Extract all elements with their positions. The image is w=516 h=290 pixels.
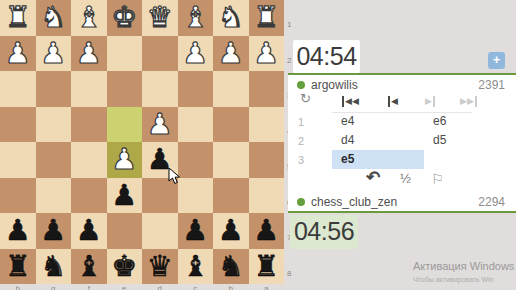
square-d3[interactable] [142,71,178,107]
square-d8[interactable]: ♛ [142,249,178,285]
takeback-button[interactable]: ↶ [366,169,380,187]
square-f6[interactable] [71,178,107,214]
move-white[interactable]: e5 [332,150,424,169]
square-f8[interactable]: ♝ [71,249,107,285]
rank-label-2: 2 [287,57,291,65]
square-c8[interactable]: ♝ [178,249,214,285]
offer-draw-button[interactable]: ½ [400,169,411,189]
square-g8[interactable]: ♞ [36,249,72,285]
black-piece[interactable]: ♟ [178,213,214,249]
black-piece[interactable]: ♞ [213,249,249,285]
square-b3[interactable] [213,71,249,107]
square-h5[interactable] [0,142,36,178]
square-b5[interactable] [213,142,249,178]
black-piece[interactable]: ♟ [249,213,285,249]
square-e5[interactable]: ♟ [107,142,143,178]
mouse-cursor-icon [168,168,182,184]
divider-bottom [288,211,516,213]
square-e7[interactable] [107,213,143,249]
windows-activation-subtext: Чтобы активировать Win [413,276,493,283]
black-piece[interactable]: ♜ [249,249,285,285]
file-label-d: d [142,284,178,290]
move-number: 3 [288,154,332,166]
next-move-icon[interactable]: ▶ [425,96,435,107]
square-a1[interactable]: ♜ [249,0,285,36]
square-g1[interactable]: ♞ [36,0,72,36]
square-b8[interactable]: ♞ [213,249,249,285]
chess-board[interactable]: ♜♞♝♚♛♝♞♜♟♟♟♟♟♟♟♟♟♟♟♟♟♟♟♟♜♞♝♚♛♝♞♜ [0,0,284,284]
square-a3[interactable] [249,71,285,107]
rank-label-8: 8 [287,270,291,278]
white-piece[interactable]: ♝ [178,0,214,36]
move-black[interactable]: d5 [424,131,516,150]
file-label-f: f [71,284,107,290]
windows-activation-watermark: Активация Windows [413,260,514,272]
black-piece[interactable]: ♚ [107,249,143,285]
white-piece[interactable]: ♛ [142,0,178,36]
white-piece[interactable]: ♟ [71,36,107,72]
black-piece[interactable]: ♝ [71,249,107,285]
square-h7[interactable]: ♟ [0,213,36,249]
square-g2[interactable]: ♟ [36,36,72,72]
square-b6[interactable] [213,178,249,214]
square-f1[interactable]: ♝ [71,0,107,36]
square-h8[interactable]: ♜ [0,249,36,285]
square-a7[interactable]: ♟ [249,213,285,249]
black-piece[interactable]: ♛ [142,249,178,285]
square-c6[interactable] [178,178,214,214]
square-e1[interactable]: ♚ [107,0,143,36]
square-d4[interactable]: ♟ [142,107,178,143]
square-a5[interactable] [249,142,285,178]
move-row: 3e5 [288,150,516,169]
white-piece[interactable]: ♟ [249,36,285,72]
game-screen: ♜♞♝♚♛♝♞♜♟♟♟♟♟♟♟♟♟♟♟♟♟♟♟♟♜♞♝♚♛♝♞♜ 1234567… [0,0,516,290]
opponent-rating: 2391 [478,78,505,92]
square-e8[interactable]: ♚ [107,249,143,285]
opponent-name[interactable]: argowilis [311,78,478,92]
square-b1[interactable]: ♞ [213,0,249,36]
move-number: 1 [288,116,332,128]
square-h2[interactable]: ♟ [0,36,36,72]
black-piece[interactable]: ♞ [36,249,72,285]
white-piece[interactable]: ♟ [0,36,36,72]
white-piece[interactable]: ♞ [36,0,72,36]
online-dot-icon [297,81,305,89]
white-piece[interactable]: ♟ [178,36,214,72]
square-f5[interactable] [71,142,107,178]
square-a8[interactable]: ♜ [249,249,285,285]
square-a4[interactable] [249,107,285,143]
move-row: 1e4e6 [288,112,516,131]
add-time-button[interactable]: + [488,52,505,69]
black-piece[interactable]: ♟ [36,213,72,249]
white-piece[interactable]: ♜ [249,0,285,36]
square-h6[interactable] [0,178,36,214]
move-black[interactable]: e6 [424,112,516,131]
opponent-clock: 04:54 [293,40,360,73]
square-e4[interactable] [107,107,143,143]
white-piece[interactable]: ♟ [213,36,249,72]
square-c2[interactable]: ♟ [178,36,214,72]
first-move-icon[interactable]: ◀◀ [342,96,359,107]
black-piece[interactable]: ♝ [178,249,214,285]
square-c3[interactable] [178,71,214,107]
move-black[interactable] [424,150,516,169]
file-label-c: c [178,284,214,290]
square-b4[interactable] [213,107,249,143]
previous-move-icon[interactable]: ◀ [388,96,398,107]
file-label-g: g [36,284,72,290]
square-g7[interactable]: ♟ [36,213,72,249]
player-clock: 04:56 [290,215,358,249]
black-piece[interactable]: ♟ [0,213,36,249]
black-piece[interactable]: ♜ [0,249,36,285]
square-c5[interactable] [178,142,214,178]
square-b7[interactable]: ♟ [213,213,249,249]
player-name[interactable]: chess_club_zen [311,195,478,209]
square-f7[interactable]: ♟ [71,213,107,249]
square-h4[interactable] [0,107,36,143]
square-h3[interactable] [0,71,36,107]
square-e6[interactable]: ♟ [107,178,143,214]
square-b2[interactable]: ♟ [213,36,249,72]
black-piece[interactable]: ♟ [107,178,143,214]
white-piece[interactable]: ♟ [107,142,143,178]
square-f2[interactable]: ♟ [71,36,107,72]
move-list: 1e4e62d4d53e5 [288,112,516,169]
last-move-icon[interactable]: ▶▶ [460,96,477,107]
square-f4[interactable] [71,107,107,143]
white-piece[interactable]: ♚ [107,0,143,36]
file-label-h: h [0,284,36,290]
flip-board-icon[interactable]: ↻ [300,93,311,104]
white-piece[interactable]: ♟ [142,107,178,143]
square-a6[interactable] [249,178,285,214]
square-d2[interactable] [142,36,178,72]
game-panel: argowilis 2391 ↻ ◀◀ ◀ ▶ ▶▶ 1e4e62d4d53e5… [288,75,516,211]
move-number: 2 [288,135,332,147]
file-label-a: a [249,284,285,290]
black-piece[interactable]: ♟ [213,213,249,249]
white-piece[interactable]: ♟ [36,36,72,72]
square-f3[interactable] [71,71,107,107]
square-g5[interactable] [36,142,72,178]
white-piece[interactable]: ♜ [0,0,36,36]
square-a2[interactable]: ♟ [249,36,285,72]
move-row: 2d4d5 [288,131,516,150]
square-e3[interactable] [107,71,143,107]
square-h1[interactable]: ♜ [0,0,36,36]
resign-flag-icon[interactable]: ⚐ [431,169,444,189]
online-dot-icon [297,198,305,206]
file-label-e: e [107,284,143,290]
opponent-row: argowilis 2391 [288,75,516,94]
move-white[interactable]: d4 [332,131,424,150]
player-row: chess_club_zen 2294 [288,192,516,211]
square-d7[interactable] [142,213,178,249]
file-label-b: b [213,284,249,290]
black-piece[interactable]: ♟ [71,213,107,249]
rank-label-1: 1 [287,21,291,29]
square-e2[interactable] [107,36,143,72]
white-piece[interactable]: ♞ [213,0,249,36]
square-g4[interactable] [36,107,72,143]
square-g3[interactable] [36,71,72,107]
move-white[interactable]: e4 [332,112,424,131]
square-c1[interactable]: ♝ [178,0,214,36]
white-piece[interactable]: ♝ [71,0,107,36]
square-c7[interactable]: ♟ [178,213,214,249]
square-d1[interactable]: ♛ [142,0,178,36]
square-g6[interactable] [36,178,72,214]
player-rating: 2294 [478,195,505,209]
square-c4[interactable] [178,107,214,143]
